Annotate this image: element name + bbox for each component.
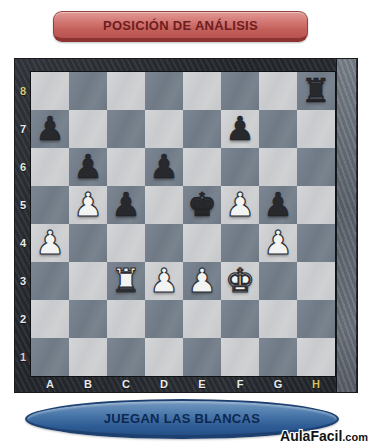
black-pawn-g5: ♟: [263, 186, 293, 224]
square-h2[interactable]: [297, 300, 335, 338]
square-f3[interactable]: ♚: [221, 262, 259, 300]
square-f5[interactable]: ♟: [221, 186, 259, 224]
square-e4[interactable]: [183, 224, 221, 262]
file-label-g: G: [259, 376, 297, 392]
white-pawn-g4: ♟: [263, 224, 293, 262]
square-a5[interactable]: [31, 186, 69, 224]
square-h6[interactable]: [297, 148, 335, 186]
square-d3[interactable]: ♟: [145, 262, 183, 300]
square-a4[interactable]: ♟: [31, 224, 69, 262]
rank-label-7: 7: [15, 110, 31, 148]
black-pawn-f7: ♟: [225, 110, 255, 148]
board-grid: ♜♟♟♟♟♟♟♚♟♟♟♟♜♟♟♚: [31, 72, 335, 376]
rank-label-3: 3: [15, 262, 31, 300]
square-f1[interactable]: [221, 338, 259, 376]
square-a7[interactable]: ♟: [31, 110, 69, 148]
white-rook-c3: ♜: [111, 262, 141, 300]
square-c8[interactable]: [107, 72, 145, 110]
black-king-e5: ♚: [187, 186, 217, 224]
white-pawn-d3: ♟: [149, 262, 179, 300]
square-c1[interactable]: [107, 338, 145, 376]
square-b4[interactable]: [69, 224, 107, 262]
square-d7[interactable]: [145, 110, 183, 148]
square-a3[interactable]: [31, 262, 69, 300]
square-f2[interactable]: [221, 300, 259, 338]
file-labels: ABCDEFGH: [31, 376, 335, 392]
square-d6[interactable]: ♟: [145, 148, 183, 186]
aulafacil-watermark: AulaFacil.com: [280, 427, 368, 445]
analysis-position-label: POSICIÓN DE ANÁLISIS: [103, 18, 258, 33]
square-g2[interactable]: [259, 300, 297, 338]
square-e3[interactable]: ♟: [183, 262, 221, 300]
black-pawn-a7: ♟: [35, 110, 65, 148]
file-label-h: H: [297, 376, 335, 392]
square-d8[interactable]: [145, 72, 183, 110]
white-pawn-b5: ♟: [73, 186, 103, 224]
square-g7[interactable]: [259, 110, 297, 148]
file-label-c: C: [107, 376, 145, 392]
rank-label-2: 2: [15, 300, 31, 338]
square-b7[interactable]: [69, 110, 107, 148]
square-f8[interactable]: [221, 72, 259, 110]
white-king-f3: ♚: [225, 262, 255, 300]
analysis-position-banner: POSICIÓN DE ANÁLISIS: [53, 11, 308, 42]
square-e2[interactable]: [183, 300, 221, 338]
square-e5[interactable]: ♚: [183, 186, 221, 224]
white-pawn-f5: ♟: [225, 186, 255, 224]
rank-label-4: 4: [15, 224, 31, 262]
square-f7[interactable]: ♟: [221, 110, 259, 148]
rank-label-5: 5: [15, 186, 31, 224]
page: POSICIÓN DE ANÁLISIS 87654321 ♜♟♟♟♟♟♟♚♟♟…: [0, 0, 371, 446]
file-label-d: D: [145, 376, 183, 392]
black-pawn-d6: ♟: [149, 148, 179, 186]
square-g1[interactable]: [259, 338, 297, 376]
square-e8[interactable]: [183, 72, 221, 110]
square-g6[interactable]: [259, 148, 297, 186]
square-h1[interactable]: [297, 338, 335, 376]
square-d5[interactable]: [145, 186, 183, 224]
black-pawn-c5: ♟: [111, 186, 141, 224]
square-g5[interactable]: ♟: [259, 186, 297, 224]
rank-label-1: 1: [15, 338, 31, 376]
file-label-a: A: [31, 376, 69, 392]
square-e1[interactable]: [183, 338, 221, 376]
white-pawn-e3: ♟: [187, 262, 217, 300]
rank-label-6: 6: [15, 148, 31, 186]
square-d2[interactable]: [145, 300, 183, 338]
file-label-f: F: [221, 376, 259, 392]
rank-labels: 87654321: [15, 72, 31, 376]
square-f6[interactable]: [221, 148, 259, 186]
aulafacil-tld: .com: [342, 431, 368, 443]
square-a8[interactable]: [31, 72, 69, 110]
square-c4[interactable]: [107, 224, 145, 262]
rank-label-8: 8: [15, 72, 31, 110]
chess-board: 87654321 ♜♟♟♟♟♟♟♚♟♟♟♟♜♟♟♚ ABCDEFGH: [15, 59, 357, 392]
file-label-e: E: [183, 376, 221, 392]
square-a2[interactable]: [31, 300, 69, 338]
square-b8[interactable]: [69, 72, 107, 110]
square-h4[interactable]: [297, 224, 335, 262]
square-e7[interactable]: [183, 110, 221, 148]
square-b3[interactable]: [69, 262, 107, 300]
square-c5[interactable]: ♟: [107, 186, 145, 224]
square-d4[interactable]: [145, 224, 183, 262]
square-g3[interactable]: [259, 262, 297, 300]
square-b5[interactable]: ♟: [69, 186, 107, 224]
square-b6[interactable]: ♟: [69, 148, 107, 186]
square-b2[interactable]: [69, 300, 107, 338]
square-c2[interactable]: [107, 300, 145, 338]
square-a6[interactable]: [31, 148, 69, 186]
square-b1[interactable]: [69, 338, 107, 376]
black-pawn-b6: ♟: [73, 148, 103, 186]
side-to-move-label: JUEGAN LAS BLANCAS: [104, 411, 260, 426]
white-pawn-a4: ♟: [35, 224, 65, 262]
square-h7[interactable]: [297, 110, 335, 148]
square-f4[interactable]: [221, 224, 259, 262]
square-c6[interactable]: [107, 148, 145, 186]
square-c7[interactable]: [107, 110, 145, 148]
square-g4[interactable]: ♟: [259, 224, 297, 262]
square-h3[interactable]: [297, 262, 335, 300]
square-h5[interactable]: [297, 186, 335, 224]
square-c3[interactable]: ♜: [107, 262, 145, 300]
black-rook-h8: ♜: [301, 72, 331, 110]
square-a1[interactable]: [31, 338, 69, 376]
square-e6[interactable]: [183, 148, 221, 186]
file-label-b: B: [69, 376, 107, 392]
square-d1[interactable]: [145, 338, 183, 376]
aulafacil-brand: AulaFacil: [280, 428, 342, 444]
square-g8[interactable]: [259, 72, 297, 110]
square-h8[interactable]: ♜: [297, 72, 335, 110]
